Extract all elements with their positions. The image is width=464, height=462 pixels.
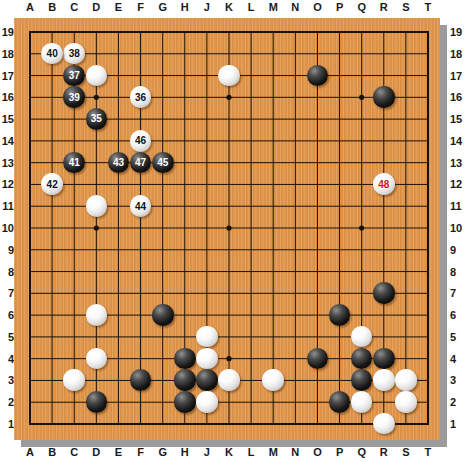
column-label-bottom-J: J	[204, 446, 210, 458]
column-label-bottom-A: A	[26, 446, 34, 458]
move-number: 45	[157, 157, 168, 168]
column-label-top-P: P	[336, 1, 343, 13]
row-label-right-15: 15	[450, 113, 462, 125]
column-label-top-H: H	[181, 1, 189, 13]
move-number: 37	[69, 70, 80, 81]
row-label-right-1: 1	[450, 418, 456, 430]
row-label-left-2: 2	[0, 396, 14, 408]
row-label-right-5: 5	[450, 331, 456, 343]
row-label-left-9: 9	[0, 244, 14, 256]
column-label-bottom-N: N	[291, 446, 299, 458]
column-label-top-B: B	[48, 1, 56, 13]
column-label-bottom-H: H	[181, 446, 189, 458]
white-stone-F16-move-36: 36	[130, 86, 152, 108]
black-stone-R16	[373, 86, 395, 108]
stone-grid: 3536373839404142434445464748	[19, 21, 439, 435]
white-stone-J5	[196, 326, 218, 348]
column-label-bottom-L: L	[248, 446, 255, 458]
row-label-left-16: 16	[0, 91, 14, 103]
move-number: 46	[135, 135, 146, 146]
column-label-top-D: D	[92, 1, 100, 13]
white-stone-D4	[86, 348, 108, 370]
row-label-left-19: 19	[0, 26, 14, 38]
row-label-left-10: 10	[0, 222, 14, 234]
white-stone-C18-move-38: 38	[63, 43, 85, 65]
column-label-bottom-Q: Q	[357, 446, 366, 458]
white-stone-Q5	[351, 326, 373, 348]
white-stone-D11	[86, 195, 108, 217]
column-label-bottom-M: M	[269, 446, 278, 458]
column-label-top-R: R	[380, 1, 388, 13]
move-number: 36	[135, 92, 146, 103]
black-stone-D15-move-35: 35	[86, 108, 108, 130]
black-stone-C16-move-39: 39	[63, 86, 85, 108]
column-label-top-J: J	[204, 1, 210, 13]
row-label-right-3: 3	[450, 374, 456, 386]
row-label-left-11: 11	[0, 200, 14, 212]
row-label-right-9: 9	[450, 244, 456, 256]
black-stone-F3	[130, 369, 152, 391]
column-label-top-Q: Q	[357, 1, 366, 13]
column-label-bottom-R: R	[380, 446, 388, 458]
row-label-left-1: 1	[0, 418, 14, 430]
black-stone-J3	[196, 369, 218, 391]
column-label-top-O: O	[313, 1, 322, 13]
move-number: 38	[69, 48, 80, 59]
white-stone-D17	[86, 65, 108, 87]
move-number: 41	[69, 157, 80, 168]
column-label-top-G: G	[158, 1, 167, 13]
black-stone-E13-move-43: 43	[108, 152, 130, 174]
column-label-bottom-P: P	[336, 446, 343, 458]
white-stone-J2	[196, 391, 218, 413]
column-label-bottom-O: O	[313, 446, 322, 458]
white-stone-K3	[218, 369, 240, 391]
column-label-top-E: E	[115, 1, 122, 13]
row-label-left-3: 3	[0, 374, 14, 386]
row-label-right-19: 19	[450, 26, 462, 38]
white-stone-F14-move-46: 46	[130, 130, 152, 152]
move-number: 43	[113, 157, 124, 168]
row-label-right-10: 10	[450, 222, 462, 234]
white-stone-Q2	[351, 391, 373, 413]
column-label-top-K: K	[225, 1, 233, 13]
white-stone-R3	[373, 369, 395, 391]
white-stone-K17	[218, 65, 240, 87]
column-label-top-C: C	[70, 1, 78, 13]
black-stone-O17	[307, 65, 329, 87]
column-label-bottom-K: K	[225, 446, 233, 458]
row-label-right-17: 17	[450, 70, 462, 82]
row-label-left-4: 4	[0, 353, 14, 365]
white-stone-R12-move-48: 48	[373, 173, 395, 195]
go-board[interactable]: 3536373839404142434445464748	[14, 18, 440, 440]
last-move-number: 48	[378, 179, 389, 190]
black-stone-P2	[329, 391, 351, 413]
white-stone-S2	[395, 391, 417, 413]
black-stone-R7	[373, 282, 395, 304]
move-number: 40	[47, 48, 58, 59]
black-stone-P6	[329, 304, 351, 326]
black-stone-C17-move-37: 37	[63, 65, 85, 87]
column-label-top-N: N	[291, 1, 299, 13]
row-label-right-6: 6	[450, 309, 456, 321]
row-label-right-13: 13	[450, 157, 462, 169]
white-stone-S3	[395, 369, 417, 391]
black-stone-G13-move-45: 45	[152, 152, 174, 174]
black-stone-G6	[152, 304, 174, 326]
white-stone-D6	[86, 304, 108, 326]
move-number: 39	[69, 92, 80, 103]
row-label-right-16: 16	[450, 91, 462, 103]
row-label-left-8: 8	[0, 266, 14, 278]
move-number: 42	[47, 179, 58, 190]
black-stone-D2	[86, 391, 108, 413]
row-label-right-12: 12	[450, 178, 462, 190]
column-label-bottom-F: F	[137, 446, 144, 458]
black-stone-Q3	[351, 369, 373, 391]
column-label-top-S: S	[402, 1, 409, 13]
row-label-left-17: 17	[0, 70, 14, 82]
column-label-bottom-T: T	[425, 446, 432, 458]
white-stone-B18-move-40: 40	[41, 43, 63, 65]
row-label-left-12: 12	[0, 178, 14, 190]
black-stone-C13-move-41: 41	[63, 152, 85, 174]
move-number: 35	[91, 113, 102, 124]
white-stone-M3	[262, 369, 284, 391]
white-stone-F11-move-44: 44	[130, 195, 152, 217]
row-label-right-2: 2	[450, 396, 456, 408]
row-label-left-7: 7	[0, 287, 14, 299]
black-stone-R4	[373, 348, 395, 370]
white-stone-B12-move-42: 42	[41, 173, 63, 195]
black-stone-H3	[174, 369, 196, 391]
row-label-left-15: 15	[0, 113, 14, 125]
column-label-bottom-S: S	[402, 446, 409, 458]
black-stone-H2	[174, 391, 196, 413]
move-number: 44	[135, 201, 146, 212]
white-stone-J4	[196, 348, 218, 370]
row-label-right-8: 8	[450, 266, 456, 278]
black-stone-F13-move-47: 47	[130, 152, 152, 174]
row-label-right-11: 11	[450, 200, 462, 212]
row-label-right-7: 7	[450, 287, 456, 299]
black-stone-Q4	[351, 348, 373, 370]
row-label-right-4: 4	[450, 353, 456, 365]
column-label-bottom-B: B	[48, 446, 56, 458]
row-label-left-6: 6	[0, 309, 14, 321]
row-label-right-18: 18	[450, 48, 462, 60]
row-label-right-14: 14	[450, 135, 462, 147]
black-stone-H4	[174, 348, 196, 370]
column-label-top-T: T	[425, 1, 432, 13]
column-label-top-L: L	[248, 1, 255, 13]
row-label-left-5: 5	[0, 331, 14, 343]
black-stone-O4	[307, 348, 329, 370]
column-label-bottom-E: E	[115, 446, 122, 458]
row-label-left-14: 14	[0, 135, 14, 147]
row-label-left-18: 18	[0, 48, 14, 60]
column-label-top-A: A	[26, 1, 34, 13]
move-number: 47	[135, 157, 146, 168]
column-label-bottom-G: G	[158, 446, 167, 458]
row-label-left-13: 13	[0, 157, 14, 169]
white-stone-R1	[373, 413, 395, 435]
white-stone-C3	[63, 369, 85, 391]
column-label-bottom-D: D	[92, 446, 100, 458]
column-label-top-M: M	[269, 1, 278, 13]
column-label-top-F: F	[137, 1, 144, 13]
column-label-bottom-C: C	[70, 446, 78, 458]
